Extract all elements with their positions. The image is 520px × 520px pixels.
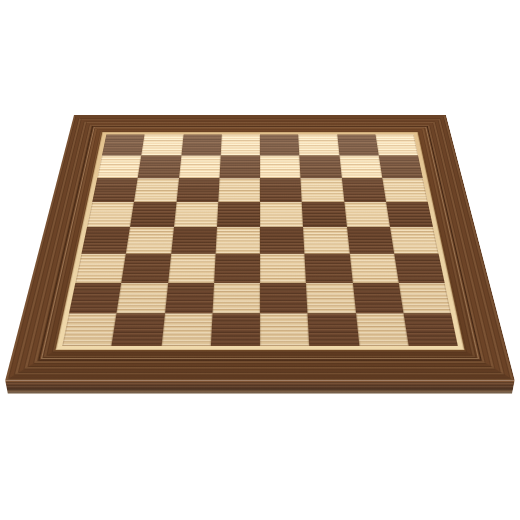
board-square (112, 313, 165, 346)
board-square (122, 254, 171, 283)
board-square (179, 156, 221, 178)
board-square (260, 178, 302, 202)
board-square (306, 283, 355, 314)
board-square (355, 313, 408, 346)
board-square (171, 227, 217, 254)
board-square (308, 313, 359, 346)
board-square (176, 178, 219, 202)
board-square (168, 254, 216, 283)
checkerboard (62, 135, 458, 347)
board-square (75, 254, 126, 283)
board-square (212, 283, 260, 314)
chessboard-photo (45, 12, 475, 442)
board-square (352, 283, 403, 314)
board-square (214, 254, 260, 283)
board-square (341, 178, 385, 202)
board-square (302, 202, 347, 227)
board-side-edge (5, 380, 515, 393)
board-square (141, 135, 183, 156)
chessboard-3d-scene (5, 115, 515, 380)
board-square (181, 135, 222, 156)
board-square (379, 156, 423, 178)
board-square (87, 202, 134, 227)
board-square (303, 227, 349, 254)
board-square (300, 156, 342, 178)
board-square (298, 135, 339, 156)
board-square (126, 227, 173, 254)
board-square (260, 313, 309, 346)
board-square (260, 283, 308, 314)
board-square (337, 135, 379, 156)
board-square (260, 135, 300, 156)
board-square (260, 254, 306, 283)
board-square (301, 178, 344, 202)
board-square (117, 283, 168, 314)
board-square (394, 254, 445, 283)
board-square (398, 283, 451, 314)
board-square (97, 156, 141, 178)
board-square (165, 283, 214, 314)
board-square (211, 313, 260, 346)
board-square (134, 178, 178, 202)
board-square (215, 227, 260, 254)
board-square (161, 313, 212, 346)
board-square (219, 156, 260, 178)
board-square (102, 135, 145, 156)
board-square (92, 178, 138, 202)
board-square (382, 178, 428, 202)
board-square (305, 254, 353, 283)
board-square (344, 202, 390, 227)
chessboard-top-face (5, 115, 515, 380)
board-square (375, 135, 418, 156)
board-square (220, 135, 260, 156)
board-square (386, 202, 433, 227)
board-square (260, 227, 305, 254)
board-square (260, 156, 301, 178)
board-square (81, 227, 130, 254)
board-square (62, 313, 117, 346)
board-square (403, 313, 458, 346)
board-square (390, 227, 439, 254)
board-square (339, 156, 382, 178)
board-square (347, 227, 394, 254)
board-square (217, 202, 260, 227)
board-square (349, 254, 398, 283)
board-square (138, 156, 181, 178)
board-square (218, 178, 260, 202)
board-square (174, 202, 219, 227)
board-square (130, 202, 176, 227)
board-square (69, 283, 122, 314)
board-square (260, 202, 303, 227)
